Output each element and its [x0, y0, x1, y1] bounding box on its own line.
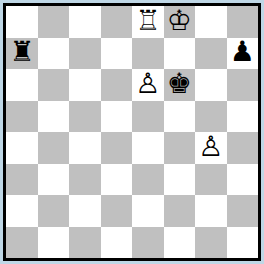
black-king-f6: ♚	[167, 70, 192, 98]
white-pawn-g4: ♙	[198, 133, 223, 161]
black-rook-a7: ♜	[9, 38, 34, 66]
square-h6[interactable]	[227, 69, 259, 101]
square-h3[interactable]	[227, 164, 259, 196]
square-f1[interactable]	[164, 227, 196, 259]
square-h7[interactable]: ♟	[227, 38, 259, 70]
square-a4[interactable]	[6, 132, 38, 164]
square-g7[interactable]	[195, 38, 227, 70]
square-d1[interactable]	[101, 227, 133, 259]
square-c4[interactable]	[69, 132, 101, 164]
square-g3[interactable]	[195, 164, 227, 196]
square-e8[interactable]: ♖	[132, 6, 164, 38]
square-a1[interactable]	[6, 227, 38, 259]
square-f5[interactable]	[164, 101, 196, 133]
square-b5[interactable]	[38, 101, 70, 133]
square-g2[interactable]	[195, 195, 227, 227]
square-g4[interactable]: ♙	[195, 132, 227, 164]
square-a2[interactable]	[6, 195, 38, 227]
square-h8[interactable]	[227, 6, 259, 38]
square-e5[interactable]	[132, 101, 164, 133]
square-b4[interactable]	[38, 132, 70, 164]
square-c1[interactable]	[69, 227, 101, 259]
square-d5[interactable]	[101, 101, 133, 133]
square-h1[interactable]	[227, 227, 259, 259]
square-a6[interactable]	[6, 69, 38, 101]
square-b7[interactable]	[38, 38, 70, 70]
square-b2[interactable]	[38, 195, 70, 227]
square-f2[interactable]	[164, 195, 196, 227]
square-f3[interactable]	[164, 164, 196, 196]
white-king-f8: ♔	[167, 7, 192, 35]
square-b1[interactable]	[38, 227, 70, 259]
square-d7[interactable]	[101, 38, 133, 70]
square-d8[interactable]	[101, 6, 133, 38]
square-c2[interactable]	[69, 195, 101, 227]
square-e4[interactable]	[132, 132, 164, 164]
square-b3[interactable]	[38, 164, 70, 196]
square-h5[interactable]	[227, 101, 259, 133]
square-c8[interactable]	[69, 6, 101, 38]
square-f8[interactable]: ♔	[164, 6, 196, 38]
square-e1[interactable]	[132, 227, 164, 259]
square-a5[interactable]	[6, 101, 38, 133]
chess-board: ♖♔♜♟♙♚♙	[6, 6, 258, 258]
square-h2[interactable]	[227, 195, 259, 227]
board-outer-frame: ♖♔♜♟♙♚♙	[0, 0, 264, 264]
square-h4[interactable]	[227, 132, 259, 164]
square-g6[interactable]	[195, 69, 227, 101]
square-f6[interactable]: ♚	[164, 69, 196, 101]
square-b8[interactable]	[38, 6, 70, 38]
square-d4[interactable]	[101, 132, 133, 164]
square-c6[interactable]	[69, 69, 101, 101]
square-c7[interactable]	[69, 38, 101, 70]
white-rook-e8: ♖	[135, 7, 160, 35]
square-e7[interactable]	[132, 38, 164, 70]
square-f7[interactable]	[164, 38, 196, 70]
square-b6[interactable]	[38, 69, 70, 101]
black-pawn-h7: ♟	[230, 38, 255, 66]
square-a7[interactable]: ♜	[6, 38, 38, 70]
square-e6[interactable]: ♙	[132, 69, 164, 101]
board-inner-frame: ♖♔♜♟♙♚♙	[3, 3, 261, 261]
white-pawn-e6: ♙	[135, 70, 160, 98]
square-d3[interactable]	[101, 164, 133, 196]
square-g5[interactable]	[195, 101, 227, 133]
square-e2[interactable]	[132, 195, 164, 227]
square-d2[interactable]	[101, 195, 133, 227]
square-c3[interactable]	[69, 164, 101, 196]
square-a3[interactable]	[6, 164, 38, 196]
square-e3[interactable]	[132, 164, 164, 196]
square-d6[interactable]	[101, 69, 133, 101]
square-g8[interactable]	[195, 6, 227, 38]
square-c5[interactable]	[69, 101, 101, 133]
square-g1[interactable]	[195, 227, 227, 259]
square-f4[interactable]	[164, 132, 196, 164]
square-a8[interactable]	[6, 6, 38, 38]
